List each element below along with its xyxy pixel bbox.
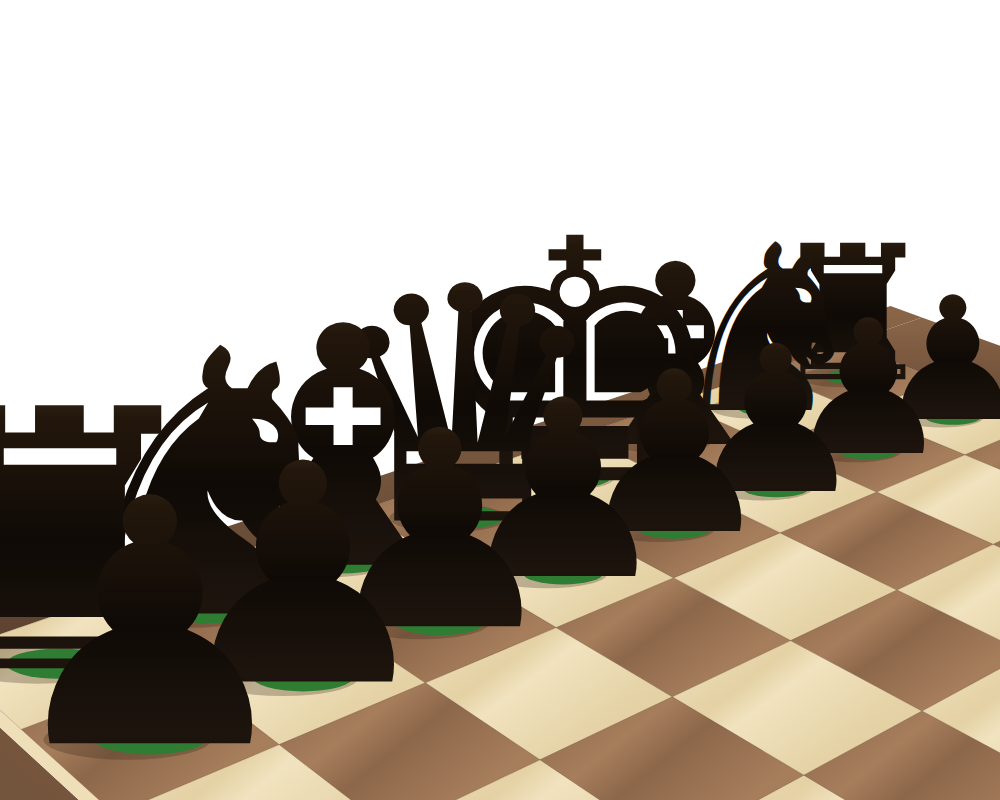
black-pawn-glyph: ♟ bbox=[0, 426, 303, 800]
chess-photo-scene: ♜♞♝♚♛♝♞♜♟♟♟♟♟♟♟♟ bbox=[0, 0, 1000, 800]
chess-board: ♜♞♝♚♛♝♞♜♟♟♟♟♟♟♟♟ bbox=[0, 0, 1000, 800]
piece-black-pawn-a7[interactable]: ♟ bbox=[0, 426, 303, 800]
